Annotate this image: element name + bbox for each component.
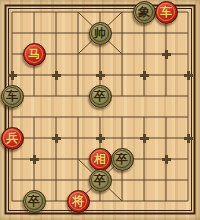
piece-glyph: 卒 (94, 90, 106, 102)
piece-glyph: 帅 (94, 27, 106, 39)
piece-glyph: 车 (160, 6, 172, 18)
piece-glyph: 卒 (116, 153, 128, 165)
red-elephant[interactable]: 相 (89, 148, 112, 171)
black-chariot[interactable]: 车 (1, 85, 24, 108)
red-horse[interactable]: 马 (23, 43, 46, 66)
xiangqi-app: 象车帅马车卒兵相卒卒卒将 (0, 0, 200, 220)
red-soldier[interactable]: 兵 (1, 127, 24, 150)
piece-glyph: 兵 (6, 132, 18, 144)
black-soldier[interactable]: 卒 (89, 85, 112, 108)
piece-glyph: 车 (6, 90, 18, 102)
piece-glyph: 相 (94, 153, 106, 165)
red-general[interactable]: 将 (67, 190, 90, 213)
piece-glyph: 卒 (28, 195, 40, 207)
piece-glyph: 象 (138, 6, 150, 18)
piece-glyph: 将 (72, 195, 84, 207)
piece-glyph: 卒 (94, 174, 106, 186)
black-soldier[interactable]: 卒 (111, 148, 134, 171)
black-elephant[interactable]: 象 (133, 1, 156, 24)
black-soldier[interactable]: 卒 (23, 190, 46, 213)
black-soldier[interactable]: 卒 (89, 169, 112, 192)
black-general[interactable]: 帅 (89, 22, 112, 45)
red-chariot[interactable]: 车 (155, 1, 178, 24)
xiangqi-board[interactable]: 象车帅马车卒兵相卒卒卒将 (1, 2, 199, 212)
piece-glyph: 马 (28, 48, 40, 60)
